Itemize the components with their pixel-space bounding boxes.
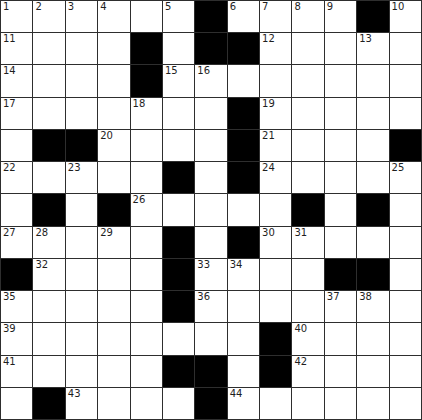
grid-cell[interactable] [260,194,291,225]
clue-number: 23 [68,162,81,174]
clue-number: 39 [3,323,16,335]
grid-cell[interactable] [390,356,421,387]
clue-number: 24 [262,162,275,174]
grid-cell[interactable]: 13 [357,33,388,64]
grid-cell[interactable] [98,162,129,193]
grid-cell[interactable] [195,162,226,193]
black-cell [163,259,194,290]
grid-cell[interactable] [33,65,64,96]
grid-cell[interactable] [260,388,291,419]
clue-number: 35 [3,291,16,303]
grid-cell[interactable] [163,130,194,161]
clue-number: 32 [35,259,48,271]
clue-number: 15 [165,65,178,77]
grid-cell[interactable] [33,98,64,129]
black-cell [131,33,162,64]
grid-cell[interactable]: 9 [325,1,356,32]
grid-cell[interactable] [98,388,129,419]
grid-cell[interactable]: 31 [292,227,323,258]
clue-number: 12 [262,33,275,45]
grid-cell[interactable] [131,162,162,193]
grid-cell[interactable] [228,291,259,322]
grid-cell[interactable]: 14 [1,65,32,96]
grid-cell[interactable] [66,323,97,354]
grid-cell[interactable] [228,194,259,225]
grid-cell[interactable] [66,98,97,129]
grid-cell[interactable] [390,291,421,322]
black-cell [1,259,32,290]
grid-cell[interactable] [292,162,323,193]
black-cell [163,162,194,193]
grid-cell[interactable] [390,227,421,258]
black-cell [195,356,226,387]
clue-number: 33 [197,259,210,271]
grid-cell[interactable]: 30 [260,227,291,258]
grid-cell[interactable]: 28 [33,227,64,258]
grid-cell[interactable] [1,388,32,419]
grid-cell[interactable] [357,162,388,193]
grid-cell[interactable] [163,194,194,225]
grid-cell[interactable] [260,291,291,322]
grid-cell[interactable] [325,388,356,419]
clue-number: 43 [68,388,81,400]
black-cell [131,65,162,96]
black-cell [228,227,259,258]
grid-cell[interactable] [390,65,421,96]
grid-cell[interactable] [390,323,421,354]
grid-cell[interactable] [292,388,323,419]
clue-number: 28 [35,227,48,239]
clue-number: 37 [327,291,340,303]
grid-cell[interactable] [228,356,259,387]
grid-cell[interactable]: 34 [228,259,259,290]
clue-number: 9 [327,1,333,13]
grid-cell[interactable] [131,323,162,354]
black-cell [390,130,421,161]
black-cell [357,259,388,290]
grid-cell[interactable]: 37 [325,291,356,322]
clue-number: 20 [100,130,113,142]
grid-cell[interactable]: 35 [1,291,32,322]
grid-cell[interactable] [98,65,129,96]
clue-number: 34 [230,259,243,271]
clue-number: 21 [262,130,275,142]
grid-cell[interactable] [66,227,97,258]
grid-cell[interactable]: 27 [1,227,32,258]
grid-cell[interactable] [325,65,356,96]
grid-cell[interactable] [98,356,129,387]
clue-number: 16 [197,65,210,77]
grid-cell[interactable] [292,33,323,64]
grid-cell[interactable] [195,98,226,129]
grid-cell[interactable]: 22 [1,162,32,193]
clue-number: 29 [100,227,113,239]
grid-cell[interactable] [357,130,388,161]
clue-number: 14 [3,65,16,77]
grid-cell[interactable]: 29 [98,227,129,258]
grid-cell[interactable] [260,65,291,96]
grid-cell[interactable]: 17 [1,98,32,129]
clue-number: 11 [3,33,16,45]
clue-number: 22 [3,162,16,174]
grid-cell[interactable] [325,130,356,161]
grid-cell[interactable]: 5 [163,1,194,32]
black-cell [66,130,97,161]
clue-number: 40 [294,323,307,335]
grid-cell[interactable]: 32 [33,259,64,290]
grid-cell[interactable]: 11 [1,33,32,64]
clue-number: 18 [133,98,146,110]
grid-cell[interactable] [98,98,129,129]
grid-cell[interactable]: 26 [131,194,162,225]
grid-cell[interactable] [357,323,388,354]
clue-number: 38 [359,291,372,303]
grid-cell[interactable]: 6 [228,1,259,32]
grid-cell[interactable] [357,65,388,96]
black-cell [260,356,291,387]
grid-cell[interactable] [163,98,194,129]
clue-number: 3 [68,1,74,13]
grid-cell[interactable] [325,33,356,64]
grid-cell[interactable] [390,33,421,64]
grid-cell[interactable]: 1 [1,1,32,32]
grid-cell[interactable] [292,98,323,129]
grid-cell[interactable] [33,33,64,64]
clue-number: 27 [3,227,16,239]
clue-number: 10 [392,1,405,13]
clue-number: 1 [3,1,9,13]
clue-number: 44 [230,388,243,400]
grid-cell[interactable] [33,356,64,387]
clue-number: 25 [392,162,405,174]
grid-cell[interactable]: 41 [1,356,32,387]
grid-cell[interactable]: 19 [260,98,291,129]
grid-cell[interactable]: 12 [260,33,291,64]
grid-cell[interactable] [131,291,162,322]
black-cell [33,130,64,161]
grid-cell[interactable] [292,259,323,290]
grid-cell[interactable] [325,323,356,354]
grid-cell[interactable] [195,130,226,161]
crossword-grid: 1234567891011121314151617181920212223242… [0,0,422,420]
crossword-board: 1234567891011121314151617181920212223242… [0,0,422,420]
grid-cell[interactable] [1,130,32,161]
grid-cell[interactable] [66,356,97,387]
grid-cell[interactable] [357,227,388,258]
grid-cell[interactable]: 24 [260,162,291,193]
clue-number: 13 [359,33,372,45]
grid-cell[interactable] [390,388,421,419]
grid-cell[interactable]: 15 [163,65,194,96]
grid-cell[interactable]: 20 [98,130,129,161]
grid-cell[interactable]: 7 [260,1,291,32]
grid-cell[interactable]: 2 [33,1,64,32]
black-cell [163,227,194,258]
black-cell [292,194,323,225]
grid-cell[interactable] [98,291,129,322]
grid-cell[interactable] [131,259,162,290]
grid-cell[interactable]: 36 [195,291,226,322]
clue-number: 42 [294,356,307,368]
grid-cell[interactable] [390,259,421,290]
grid-cell[interactable] [98,259,129,290]
grid-cell[interactable] [390,194,421,225]
grid-cell[interactable] [325,227,356,258]
grid-cell[interactable] [98,323,129,354]
grid-cell[interactable] [195,227,226,258]
grid-cell[interactable]: 18 [131,98,162,129]
grid-cell[interactable]: 40 [292,323,323,354]
grid-cell[interactable] [163,323,194,354]
grid-cell[interactable] [325,194,356,225]
grid-cell[interactable] [131,130,162,161]
grid-cell[interactable]: 3 [66,1,97,32]
grid-cell[interactable] [325,98,356,129]
grid-cell[interactable] [390,98,421,129]
clue-number: 8 [294,1,300,13]
clue-number: 41 [3,356,16,368]
black-cell [195,388,226,419]
grid-cell[interactable] [292,65,323,96]
black-cell [33,388,64,419]
clue-number: 7 [262,1,268,13]
grid-cell[interactable] [66,194,97,225]
grid-cell[interactable]: 8 [292,1,323,32]
grid-cell[interactable] [33,162,64,193]
grid-cell[interactable] [131,1,162,32]
clue-number: 19 [262,98,275,110]
clue-number: 30 [262,227,275,239]
black-cell [163,356,194,387]
clue-number: 17 [3,98,16,110]
grid-cell[interactable] [1,194,32,225]
grid-cell[interactable] [131,356,162,387]
clue-number: 36 [197,291,210,303]
grid-cell[interactable] [163,388,194,419]
black-cell [357,194,388,225]
black-cell [195,1,226,32]
grid-cell[interactable]: 33 [195,259,226,290]
grid-cell[interactable] [260,259,291,290]
black-cell [228,98,259,129]
grid-cell[interactable]: 25 [390,162,421,193]
grid-cell[interactable]: 38 [357,291,388,322]
grid-cell[interactable] [66,33,97,64]
grid-cell[interactable] [66,259,97,290]
grid-cell[interactable] [228,323,259,354]
grid-cell[interactable]: 42 [292,356,323,387]
grid-cell[interactable] [325,356,356,387]
grid-cell[interactable]: 10 [390,1,421,32]
clue-number: 6 [230,1,236,13]
grid-cell[interactable]: 39 [1,323,32,354]
black-cell [228,33,259,64]
clue-number: 4 [100,1,106,13]
black-cell [228,162,259,193]
grid-cell[interactable] [292,130,323,161]
grid-cell[interactable] [33,291,64,322]
black-cell [357,1,388,32]
grid-cell[interactable] [66,65,97,96]
grid-cell[interactable]: 21 [260,130,291,161]
grid-cell[interactable] [292,291,323,322]
grid-cell[interactable] [33,323,64,354]
black-cell [33,194,64,225]
grid-cell[interactable]: 23 [66,162,97,193]
grid-cell[interactable] [195,194,226,225]
grid-cell[interactable] [228,65,259,96]
grid-cell[interactable] [325,162,356,193]
grid-cell[interactable]: 43 [66,388,97,419]
grid-cell[interactable] [163,33,194,64]
black-cell [260,323,291,354]
black-cell [325,259,356,290]
grid-cell[interactable]: 44 [228,388,259,419]
grid-cell[interactable] [195,323,226,354]
grid-cell[interactable] [98,33,129,64]
grid-cell[interactable]: 16 [195,65,226,96]
clue-number: 5 [165,1,171,13]
clue-number: 2 [35,1,41,13]
black-cell [98,194,129,225]
grid-cell[interactable]: 4 [98,1,129,32]
grid-cell[interactable] [357,356,388,387]
grid-cell[interactable] [357,98,388,129]
black-cell [195,33,226,64]
grid-cell[interactable] [131,227,162,258]
grid-cell[interactable] [357,388,388,419]
black-cell [163,291,194,322]
black-cell [228,130,259,161]
clue-number: 26 [133,194,146,206]
grid-cell[interactable] [131,388,162,419]
clue-number: 31 [294,227,307,239]
grid-cell[interactable] [66,291,97,322]
